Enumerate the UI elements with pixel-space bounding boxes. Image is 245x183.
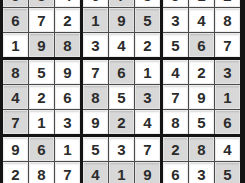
cell-r3c8[interactable]: 6	[189, 33, 214, 57]
cell-r1c4[interactable]: 6	[83, 0, 108, 7]
cell-r3c6[interactable]: 2	[135, 33, 160, 57]
cell-r1c3[interactable]: 4	[55, 0, 80, 7]
cell-r6c5[interactable]: 2	[109, 110, 134, 134]
cell-r5c9[interactable]: 1	[215, 85, 240, 109]
box-2-2: 761853924	[83, 60, 160, 134]
cell-r3c4[interactable]: 3	[83, 33, 108, 57]
cell-r3c9[interactable]: 7	[215, 33, 240, 57]
cell-r5c6[interactable]: 3	[135, 85, 160, 109]
cell-r8c2[interactable]: 8	[29, 162, 54, 183]
cell-r3c1[interactable]: 1	[3, 33, 28, 57]
cell-r6c4[interactable]: 9	[83, 110, 108, 134]
cell-r2c9[interactable]: 8	[215, 8, 240, 32]
cell-r4c8[interactable]: 2	[189, 60, 214, 84]
cell-r8c6[interactable]: 9	[135, 162, 160, 183]
cell-r1c2[interactable]: 3	[29, 0, 54, 7]
cell-r5c8[interactable]: 9	[189, 85, 214, 109]
box-3-1: 961287345	[3, 137, 80, 183]
cell-r8c8[interactable]: 3	[189, 162, 214, 183]
cell-r6c3[interactable]: 3	[55, 110, 80, 134]
cell-r6c2[interactable]: 1	[29, 110, 54, 134]
cell-r2c7[interactable]: 3	[163, 8, 188, 32]
cell-r1c7[interactable]: 9	[163, 0, 188, 7]
cell-r7c1[interactable]: 9	[3, 137, 28, 161]
cell-r7c8[interactable]: 8	[189, 137, 214, 161]
box-3-3: 284635179	[163, 137, 240, 183]
cell-r6c9[interactable]: 6	[215, 110, 240, 134]
cell-r4c2[interactable]: 5	[29, 60, 54, 84]
sudoku-board-viewport: 5346721986781953429123485678594267137618…	[0, 0, 245, 183]
cell-r6c6[interactable]: 4	[135, 110, 160, 134]
cell-r2c5[interactable]: 9	[109, 8, 134, 32]
cell-r1c1[interactable]: 5	[3, 0, 28, 7]
cell-r7c7[interactable]: 2	[163, 137, 188, 161]
cell-r1c6[interactable]: 8	[135, 0, 160, 7]
cell-r5c5[interactable]: 5	[109, 85, 134, 109]
cell-r1c8[interactable]: 1	[189, 0, 214, 7]
box-2-3: 423791856	[163, 60, 240, 134]
cell-r8c4[interactable]: 4	[83, 162, 108, 183]
cell-r2c1[interactable]: 6	[3, 8, 28, 32]
cell-r4c5[interactable]: 6	[109, 60, 134, 84]
cell-r6c7[interactable]: 8	[163, 110, 188, 134]
cell-r2c3[interactable]: 2	[55, 8, 80, 32]
box-1-3: 912348567	[163, 0, 240, 57]
cell-r5c7[interactable]: 7	[163, 85, 188, 109]
cell-r5c1[interactable]: 4	[3, 85, 28, 109]
cell-r8c1[interactable]: 2	[3, 162, 28, 183]
cell-r4c9[interactable]: 3	[215, 60, 240, 84]
cell-r2c2[interactable]: 7	[29, 8, 54, 32]
sudoku-grid: 5346721986781953429123485678594267137618…	[0, 0, 243, 183]
cell-r3c2[interactable]: 9	[29, 33, 54, 57]
cell-r8c9[interactable]: 5	[215, 162, 240, 183]
cell-r2c6[interactable]: 5	[135, 8, 160, 32]
cell-r1c5[interactable]: 7	[109, 0, 134, 7]
cell-r5c2[interactable]: 2	[29, 85, 54, 109]
cell-r4c4[interactable]: 7	[83, 60, 108, 84]
box-1-2: 678195342	[83, 0, 160, 57]
cell-r8c7[interactable]: 6	[163, 162, 188, 183]
cell-r4c6[interactable]: 1	[135, 60, 160, 84]
cell-r4c7[interactable]: 4	[163, 60, 188, 84]
cell-r4c1[interactable]: 8	[3, 60, 28, 84]
cell-r1c9[interactable]: 2	[215, 0, 240, 7]
cell-r3c3[interactable]: 8	[55, 33, 80, 57]
cell-r2c4[interactable]: 1	[83, 8, 108, 32]
cell-r8c5[interactable]: 1	[109, 162, 134, 183]
cell-r7c2[interactable]: 6	[29, 137, 54, 161]
cell-r7c9[interactable]: 4	[215, 137, 240, 161]
cell-r2c8[interactable]: 4	[189, 8, 214, 32]
box-2-1: 859426713	[3, 60, 80, 134]
cell-r7c3[interactable]: 1	[55, 137, 80, 161]
cell-r3c7[interactable]: 5	[163, 33, 188, 57]
cell-r4c3[interactable]: 9	[55, 60, 80, 84]
box-1-1: 534672198	[3, 0, 80, 57]
cell-r7c5[interactable]: 3	[109, 137, 134, 161]
cell-r6c8[interactable]: 5	[189, 110, 214, 134]
box-3-2: 537419286	[83, 137, 160, 183]
cell-r7c4[interactable]: 5	[83, 137, 108, 161]
cell-r7c6[interactable]: 7	[135, 137, 160, 161]
cell-r5c4[interactable]: 8	[83, 85, 108, 109]
cell-r3c5[interactable]: 4	[109, 33, 134, 57]
cell-r5c3[interactable]: 6	[55, 85, 80, 109]
cell-r6c1[interactable]: 7	[3, 110, 28, 134]
cell-r8c3[interactable]: 7	[55, 162, 80, 183]
